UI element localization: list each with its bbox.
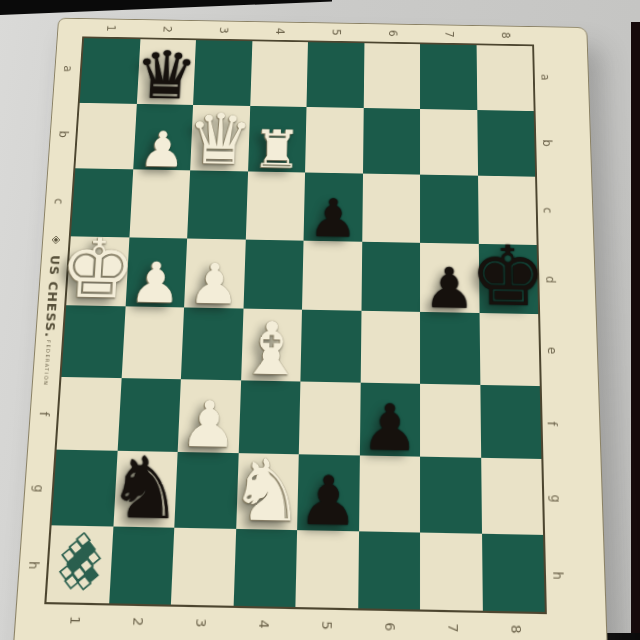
square-a4[interactable] bbox=[250, 41, 308, 106]
piece-white-knight-g4[interactable]: ♞ bbox=[228, 447, 306, 534]
square-h8[interactable] bbox=[482, 533, 545, 612]
rank-top-slot: 3 bbox=[195, 21, 252, 39]
square-h7[interactable] bbox=[420, 532, 482, 611]
rank-bottom-label-4: 4 bbox=[257, 620, 271, 629]
square-b1[interactable] bbox=[75, 102, 136, 169]
square-b3[interactable]: ♛ bbox=[190, 104, 250, 171]
file-left-slot: b bbox=[48, 101, 78, 168]
square-f6[interactable]: ♟ bbox=[359, 382, 420, 456]
rank-bottom-slot: 2 bbox=[104, 605, 170, 640]
rank-bottom-slot: 8 bbox=[484, 613, 548, 640]
rank-bottom-label-6: 6 bbox=[383, 622, 397, 631]
square-d8[interactable]: ♚ bbox=[478, 243, 538, 314]
rank-top-label-3: 3 bbox=[218, 27, 230, 34]
rank-bottom-slot: 4 bbox=[231, 608, 295, 640]
file-right-label-f: f bbox=[546, 421, 558, 426]
rank-bottom-label-7: 7 bbox=[446, 623, 460, 632]
file-right-slot: b bbox=[536, 109, 592, 176]
file-right-slot: f bbox=[542, 386, 601, 461]
rank-top-slot: 6 bbox=[364, 24, 421, 42]
square-a6[interactable] bbox=[363, 43, 420, 108]
piece-black-pawn-c5[interactable]: ♟ bbox=[308, 192, 358, 245]
file-left-label-g: g bbox=[32, 484, 45, 492]
square-d5[interactable] bbox=[302, 240, 362, 311]
piece-black-pawn-f6[interactable]: ♟ bbox=[361, 396, 419, 461]
h1-pixel-knight-emblem-icon bbox=[52, 530, 108, 598]
piece-white-rook-b4[interactable]: ♜ bbox=[252, 123, 303, 176]
file-left-label-c: c bbox=[53, 198, 65, 204]
square-d3[interactable]: ♟ bbox=[184, 238, 245, 309]
square-e4[interactable]: ♝ bbox=[241, 309, 302, 381]
piece-white-queen-b3[interactable]: ♛ bbox=[185, 104, 254, 175]
file-left-slot: h bbox=[17, 526, 49, 604]
rank-bottom-slot: 3 bbox=[167, 607, 232, 640]
square-h5[interactable] bbox=[295, 530, 358, 609]
rank-top-label-7: 7 bbox=[444, 31, 455, 38]
square-e5[interactable] bbox=[300, 310, 361, 382]
rank-bottom-label-1: 1 bbox=[68, 616, 82, 625]
file-left-slot: a bbox=[53, 36, 82, 101]
file-left-label-h: h bbox=[27, 561, 40, 569]
file-right-slot: d bbox=[539, 244, 596, 315]
square-b7[interactable] bbox=[420, 109, 478, 176]
square-f8[interactable] bbox=[480, 384, 541, 459]
square-a2[interactable]: ♛ bbox=[136, 39, 196, 104]
file-right-label-c: c bbox=[542, 207, 554, 213]
rank-bottom-slot: 1 bbox=[41, 604, 107, 640]
federation-text: FEDERATION bbox=[43, 340, 52, 386]
file-right-label-a: a bbox=[539, 74, 551, 81]
square-a3[interactable] bbox=[193, 40, 252, 105]
board-border-right: abcdefgh bbox=[534, 45, 606, 616]
file-left-label-f: f bbox=[38, 411, 50, 416]
rank-top-slot: 5 bbox=[308, 23, 365, 41]
square-d6[interactable] bbox=[361, 241, 420, 312]
square-b2[interactable]: ♟ bbox=[133, 103, 193, 170]
rank-top-label-1: 1 bbox=[105, 25, 117, 32]
rank-bottom-label-5: 5 bbox=[320, 621, 334, 630]
background-strip-top bbox=[0, 0, 332, 15]
piece-black-king-d8[interactable]: ♚ bbox=[470, 234, 547, 318]
piece-white-pawn-d2[interactable]: ♟ bbox=[129, 255, 183, 312]
piece-white-king-d1[interactable]: ♚ bbox=[57, 227, 138, 311]
rank-bottom-label-8: 8 bbox=[509, 625, 523, 634]
square-g5[interactable]: ♟ bbox=[297, 454, 359, 531]
piece-white-pawn-b2[interactable]: ♟ bbox=[138, 125, 186, 174]
rank-top-label-4: 4 bbox=[274, 28, 285, 35]
file-right-slot: g bbox=[543, 460, 603, 537]
background-strip-right bbox=[631, 22, 640, 634]
square-h3[interactable] bbox=[171, 527, 236, 606]
rank-bottom-label-2: 2 bbox=[131, 617, 145, 626]
square-b8[interactable] bbox=[477, 110, 535, 177]
file-right-label-g: g bbox=[549, 494, 562, 502]
square-c5[interactable]: ♟ bbox=[304, 172, 363, 241]
square-d1[interactable]: ♚ bbox=[66, 236, 129, 306]
file-right-slot: h bbox=[545, 536, 606, 615]
rank-bottom-slot: 7 bbox=[421, 612, 484, 640]
file-right-slot: a bbox=[534, 45, 589, 111]
rank-top-slot: 1 bbox=[82, 19, 139, 37]
square-a8[interactable] bbox=[476, 45, 534, 110]
rank-top-label-6: 6 bbox=[387, 30, 398, 37]
square-c2[interactable] bbox=[129, 169, 190, 238]
rank-bottom-slot: 5 bbox=[294, 609, 358, 640]
square-g2[interactable]: ♞ bbox=[113, 451, 178, 527]
piece-white-pawn-f3[interactable]: ♟ bbox=[179, 392, 239, 457]
file-left-label-b: b bbox=[57, 130, 69, 137]
square-f7[interactable] bbox=[420, 383, 481, 458]
square-g6[interactable] bbox=[359, 455, 420, 532]
rank-top-slot: 7 bbox=[421, 25, 478, 43]
square-b5[interactable] bbox=[305, 107, 363, 174]
file-left-label-a: a bbox=[62, 65, 74, 72]
square-e3[interactable] bbox=[181, 307, 243, 379]
file-right-label-e: e bbox=[546, 346, 558, 354]
rank-top-slot: 8 bbox=[477, 26, 534, 44]
square-h2[interactable] bbox=[109, 526, 175, 605]
piece-black-pawn-d7[interactable]: ♟ bbox=[424, 260, 476, 317]
square-b6[interactable] bbox=[363, 108, 421, 175]
square-a1[interactable] bbox=[80, 38, 140, 103]
square-h4[interactable] bbox=[233, 528, 297, 607]
square-h6[interactable] bbox=[358, 531, 420, 610]
square-e2[interactable] bbox=[121, 306, 184, 378]
piece-white-bishop-e4[interactable]: ♝ bbox=[237, 311, 305, 385]
piece-black-pawn-g5[interactable]: ♟ bbox=[298, 466, 359, 535]
square-a5[interactable] bbox=[307, 42, 364, 107]
square-c3[interactable] bbox=[187, 170, 247, 239]
square-g8[interactable] bbox=[481, 458, 543, 535]
file-left-slot: g bbox=[23, 450, 55, 526]
rank-top-slot: 4 bbox=[252, 22, 309, 40]
rank-bottom-label-3: 3 bbox=[194, 618, 208, 627]
square-h1[interactable] bbox=[46, 525, 112, 604]
rank-bottom-slot: 6 bbox=[358, 610, 421, 640]
board-grid: ♛♟♛♜♟♚♟♟♟♚♝♟♟♞♞♟ bbox=[44, 36, 547, 614]
square-g7[interactable] bbox=[420, 457, 481, 534]
file-right-slot: c bbox=[537, 176, 593, 245]
piece-white-pawn-d3[interactable]: ♟ bbox=[188, 256, 241, 313]
file-right-label-h: h bbox=[551, 571, 564, 579]
square-b4[interactable]: ♜ bbox=[248, 105, 307, 172]
square-g4[interactable]: ♞ bbox=[236, 453, 299, 529]
file-right-label-b: b bbox=[541, 139, 553, 146]
rank-top-label-2: 2 bbox=[161, 26, 173, 33]
file-right-slot: e bbox=[540, 314, 598, 387]
piece-black-knight-g2[interactable]: ♞ bbox=[105, 445, 185, 532]
rank-top-label-5: 5 bbox=[331, 29, 342, 36]
square-e6[interactable] bbox=[360, 311, 420, 384]
chess-board: 12345678 US CHESS. FEDERATION abcfgh ♛♟♛… bbox=[12, 18, 608, 640]
rank-top-label-8: 8 bbox=[500, 32, 511, 39]
square-c4[interactable] bbox=[245, 171, 305, 240]
square-c6[interactable] bbox=[362, 174, 420, 243]
square-a7[interactable] bbox=[420, 44, 477, 109]
square-f5[interactable] bbox=[299, 381, 360, 455]
square-d4[interactable] bbox=[243, 239, 304, 310]
